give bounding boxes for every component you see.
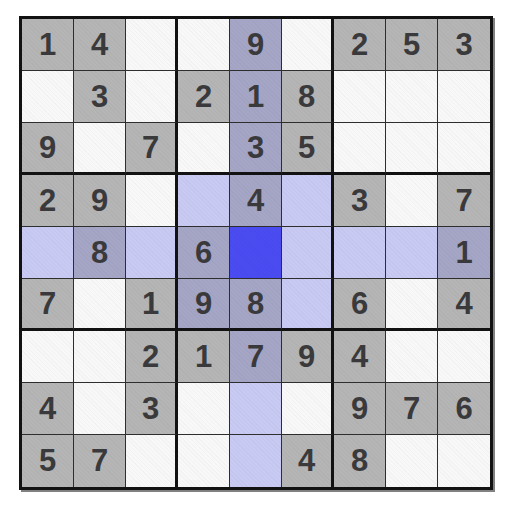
cell-r4c8[interactable] bbox=[386, 175, 438, 227]
cell-r7c1[interactable] bbox=[22, 331, 74, 383]
cell-r1c8[interactable]: 5 bbox=[386, 19, 438, 71]
cell-r5c1[interactable] bbox=[22, 227, 74, 279]
cell-r3c3[interactable]: 7 bbox=[126, 123, 178, 175]
cell-r1c2[interactable]: 4 bbox=[74, 19, 126, 71]
cell-r9c9[interactable] bbox=[438, 435, 490, 487]
cell-r7c9[interactable] bbox=[438, 331, 490, 383]
sudoku-board: 1492533218973529437861719864217944397657… bbox=[19, 16, 493, 490]
cell-r8c3[interactable]: 3 bbox=[126, 383, 178, 435]
cell-r9c2[interactable]: 7 bbox=[74, 435, 126, 487]
cell-r4c6[interactable] bbox=[282, 175, 334, 227]
cell-r9c1[interactable]: 5 bbox=[22, 435, 74, 487]
cell-r9c4[interactable] bbox=[178, 435, 230, 487]
cell-r1c1[interactable]: 1 bbox=[22, 19, 74, 71]
cell-r3c2[interactable] bbox=[74, 123, 126, 175]
cell-r3c7[interactable] bbox=[334, 123, 386, 175]
cell-r2c5[interactable]: 1 bbox=[230, 71, 282, 123]
cell-r2c9[interactable] bbox=[438, 71, 490, 123]
cell-r6c8[interactable] bbox=[386, 279, 438, 331]
page: 1492533218973529437861719864217944397657… bbox=[0, 0, 512, 512]
cell-r8c1[interactable]: 4 bbox=[22, 383, 74, 435]
cell-r2c3[interactable] bbox=[126, 71, 178, 123]
cell-r6c5[interactable]: 8 bbox=[230, 279, 282, 331]
cell-r4c5[interactable]: 4 bbox=[230, 175, 282, 227]
cell-r2c4[interactable]: 2 bbox=[178, 71, 230, 123]
cell-r7c7[interactable]: 4 bbox=[334, 331, 386, 383]
cell-r6c7[interactable]: 6 bbox=[334, 279, 386, 331]
cell-r8c4[interactable] bbox=[178, 383, 230, 435]
cell-r5c9[interactable]: 1 bbox=[438, 227, 490, 279]
cell-r4c9[interactable]: 7 bbox=[438, 175, 490, 227]
cell-r1c5[interactable]: 9 bbox=[230, 19, 282, 71]
cell-r5c2[interactable]: 8 bbox=[74, 227, 126, 279]
cell-r5c8[interactable] bbox=[386, 227, 438, 279]
cell-r7c4[interactable]: 1 bbox=[178, 331, 230, 383]
cell-r2c6[interactable]: 8 bbox=[282, 71, 334, 123]
cell-r3c5[interactable]: 3 bbox=[230, 123, 282, 175]
cell-r1c3[interactable] bbox=[126, 19, 178, 71]
cell-r3c8[interactable] bbox=[386, 123, 438, 175]
cell-r7c6[interactable]: 9 bbox=[282, 331, 334, 383]
cell-r7c5[interactable]: 7 bbox=[230, 331, 282, 383]
cell-r9c3[interactable] bbox=[126, 435, 178, 487]
cell-r2c7[interactable] bbox=[334, 71, 386, 123]
cell-r6c1[interactable]: 7 bbox=[22, 279, 74, 331]
cell-r5c3[interactable] bbox=[126, 227, 178, 279]
cell-r2c8[interactable] bbox=[386, 71, 438, 123]
cell-r1c6[interactable] bbox=[282, 19, 334, 71]
cell-r9c5[interactable] bbox=[230, 435, 282, 487]
cell-r8c9[interactable]: 6 bbox=[438, 383, 490, 435]
cell-r8c6[interactable] bbox=[282, 383, 334, 435]
cell-r3c6[interactable]: 5 bbox=[282, 123, 334, 175]
cell-r5c4[interactable]: 6 bbox=[178, 227, 230, 279]
cell-r5c6[interactable] bbox=[282, 227, 334, 279]
cell-r5c5-selected[interactable] bbox=[230, 227, 282, 279]
cell-r4c1[interactable]: 2 bbox=[22, 175, 74, 227]
cell-r9c7[interactable]: 8 bbox=[334, 435, 386, 487]
cell-r8c2[interactable] bbox=[74, 383, 126, 435]
cell-r8c5[interactable] bbox=[230, 383, 282, 435]
cell-r7c3[interactable]: 2 bbox=[126, 331, 178, 383]
cell-r4c3[interactable] bbox=[126, 175, 178, 227]
cell-r1c4[interactable] bbox=[178, 19, 230, 71]
cell-r9c6[interactable]: 4 bbox=[282, 435, 334, 487]
cell-r8c8[interactable]: 7 bbox=[386, 383, 438, 435]
cell-r4c2[interactable]: 9 bbox=[74, 175, 126, 227]
cell-r7c8[interactable] bbox=[386, 331, 438, 383]
cell-r6c3[interactable]: 1 bbox=[126, 279, 178, 331]
cell-r2c2[interactable]: 3 bbox=[74, 71, 126, 123]
cell-r4c4[interactable] bbox=[178, 175, 230, 227]
cell-r4c7[interactable]: 3 bbox=[334, 175, 386, 227]
cell-r5c7[interactable] bbox=[334, 227, 386, 279]
cell-r6c2[interactable] bbox=[74, 279, 126, 331]
cell-r1c7[interactable]: 2 bbox=[334, 19, 386, 71]
cell-r6c4[interactable]: 9 bbox=[178, 279, 230, 331]
cell-r3c1[interactable]: 9 bbox=[22, 123, 74, 175]
cell-r3c9[interactable] bbox=[438, 123, 490, 175]
cell-r6c9[interactable]: 4 bbox=[438, 279, 490, 331]
cell-r8c7[interactable]: 9 bbox=[334, 383, 386, 435]
cell-r3c4[interactable] bbox=[178, 123, 230, 175]
cell-r6c6[interactable] bbox=[282, 279, 334, 331]
cell-r2c1[interactable] bbox=[22, 71, 74, 123]
cell-r7c2[interactable] bbox=[74, 331, 126, 383]
cell-r9c8[interactable] bbox=[386, 435, 438, 487]
cell-r1c9[interactable]: 3 bbox=[438, 19, 490, 71]
